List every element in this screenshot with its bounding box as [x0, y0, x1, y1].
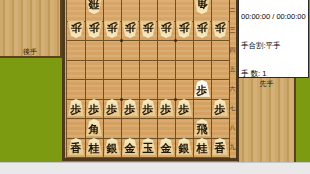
piece-kanji: 金 [161, 142, 172, 155]
piece-sente-pawn[interactable]: 歩 [158, 99, 174, 116]
piece-sente-bishop[interactable]: 角 [86, 119, 102, 136]
piece-kanji: 香 [71, 142, 82, 155]
piece-kanji: 歩 [125, 103, 136, 116]
piece-kanji: 歩 [161, 103, 172, 116]
rank-label: 六 [229, 86, 236, 92]
piece-kanji: 銀 [107, 142, 118, 155]
piece-kanji: 歩 [89, 21, 100, 34]
piece-kanji: 桂 [89, 142, 100, 155]
star-point [120, 98, 123, 101]
bottom-gray-strip [0, 162, 310, 174]
rank-labels: 二三四五六七八九 [229, 0, 236, 157]
rank-label: 四 [229, 47, 236, 53]
piece-kanji: 歩 [89, 103, 100, 116]
grid-line [67, 60, 229, 61]
piece-kanji: 角 [197, 0, 208, 10]
star-point [174, 98, 177, 101]
grid-line [67, 118, 229, 119]
piece-kanji: 飛 [89, 0, 100, 10]
piece-gote-pawn[interactable]: 歩 [68, 21, 84, 38]
piece-gote-pawn[interactable]: 歩 [158, 21, 174, 38]
grid-line [67, 40, 229, 41]
gote-captured-tray: 後手 [0, 0, 62, 58]
piece-kanji: 歩 [71, 21, 82, 34]
piece-sente-king[interactable]: 玉 [140, 138, 156, 155]
rank-label: 八 [229, 125, 236, 131]
piece-sente-knight[interactable]: 桂 [86, 138, 102, 155]
gote-tray-label: 後手 [0, 48, 60, 55]
piece-sente-pawn[interactable]: 歩 [140, 99, 156, 116]
piece-kanji: 歩 [71, 103, 82, 116]
rank-label: 五 [229, 66, 236, 72]
piece-sente-rook[interactable]: 飛 [194, 119, 210, 136]
piece-sente-lance[interactable]: 香 [212, 138, 228, 155]
piece-kanji: 歩 [107, 103, 118, 116]
piece-kanji: 歩 [197, 84, 208, 97]
move-count-text: 手 数: 1 [241, 69, 306, 78]
piece-gote-rook[interactable]: 飛 [86, 0, 102, 14]
piece-sente-silver[interactable]: 銀 [176, 138, 192, 155]
rank-label: 三 [229, 27, 236, 33]
piece-kanji: 歩 [179, 103, 190, 116]
grid-line [67, 79, 229, 80]
rank-label: 二 [229, 7, 236, 13]
piece-sente-pawn[interactable]: 歩 [176, 99, 192, 116]
piece-kanji: 金 [125, 142, 136, 155]
piece-kanji: 歩 [107, 21, 118, 34]
sente-tray-label: 先手 [239, 80, 294, 87]
piece-sente-pawn[interactable]: 歩 [212, 99, 228, 116]
piece-kanji: 歩 [179, 21, 190, 34]
piece-sente-gold[interactable]: 金 [158, 138, 174, 155]
piece-gote-pawn[interactable]: 歩 [122, 21, 138, 38]
piece-kanji: 桂 [197, 142, 208, 155]
piece-kanji: 歩 [125, 21, 136, 34]
shogi-board[interactable]: 飛角歩歩歩歩歩歩歩歩歩歩歩歩歩歩歩歩歩歩角飛香桂銀金玉金銀桂香 二三四五六七八九 [62, 0, 238, 161]
piece-sente-pawn[interactable]: 歩 [104, 99, 120, 116]
piece-sente-gold[interactable]: 金 [122, 138, 138, 155]
piece-sente-pawn[interactable]: 歩 [68, 99, 84, 116]
piece-kanji: 歩 [215, 103, 226, 116]
piece-kanji: 歩 [143, 21, 154, 34]
piece-kanji: 銀 [179, 142, 190, 155]
piece-gote-pawn[interactable]: 歩 [86, 21, 102, 38]
piece-sente-silver[interactable]: 銀 [104, 138, 120, 155]
game-info-panel: 00:00:00 / 00:00:00 手合割:平手 手 数: 1 ▲2六歩 ま… [238, 0, 309, 78]
piece-kanji: 角 [89, 123, 100, 136]
star-point [120, 39, 123, 42]
rank-label: 九 [229, 144, 236, 150]
rank-label: 七 [229, 105, 236, 111]
piece-kanji: 歩 [197, 21, 208, 34]
piece-gote-pawn[interactable]: 歩 [140, 21, 156, 38]
kifu-viewer-window: 後手 飛角歩歩歩歩歩歩歩歩歩歩歩歩歩歩歩歩歩歩角飛香桂銀金玉金銀桂香 二三四五六… [0, 0, 310, 174]
sente-captured-tray: 先手 [238, 78, 296, 164]
piece-sente-pawn[interactable]: 歩 [122, 99, 138, 116]
piece-kanji: 香 [215, 142, 226, 155]
clock-text: 00:00:00 / 00:00:00 [241, 12, 306, 22]
piece-gote-pawn[interactable]: 歩 [104, 21, 120, 38]
piece-gote-pawn[interactable]: 歩 [194, 21, 210, 38]
piece-sente-pawn[interactable]: 歩 [194, 80, 210, 97]
piece-sente-pawn[interactable]: 歩 [86, 99, 102, 116]
piece-kanji: 歩 [143, 103, 154, 116]
piece-gote-pawn[interactable]: 歩 [176, 21, 192, 38]
piece-sente-knight[interactable]: 桂 [194, 138, 210, 155]
piece-gote-pawn[interactable]: 歩 [212, 21, 228, 38]
piece-kanji: 歩 [215, 21, 226, 34]
piece-sente-lance[interactable]: 香 [68, 138, 84, 155]
handicap-text: 手合割:平手 [241, 41, 306, 51]
piece-gote-bishop[interactable]: 角 [194, 0, 210, 14]
board-grid[interactable]: 飛角歩歩歩歩歩歩歩歩歩歩歩歩歩歩歩歩歩歩角飛香桂銀金玉金銀桂香 [66, 0, 230, 158]
star-point [174, 39, 177, 42]
piece-kanji: 飛 [197, 123, 208, 136]
piece-kanji: 玉 [143, 142, 154, 155]
piece-kanji: 歩 [161, 21, 172, 34]
